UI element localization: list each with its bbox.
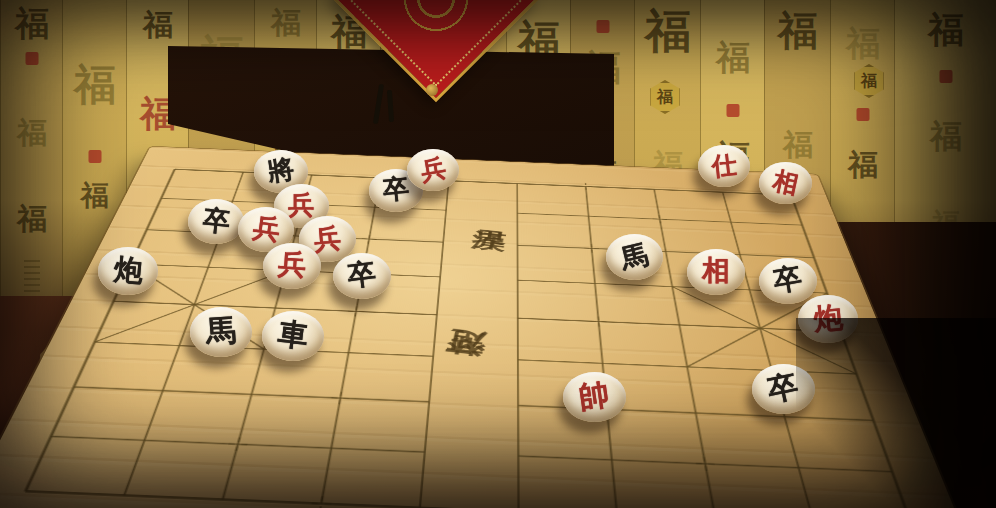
fu-character: 福 (716, 40, 750, 74)
piece-red-elephant[interactable]: 相 (687, 249, 745, 295)
fu-character: 福 (271, 8, 301, 38)
fu-character: 福 (861, 71, 877, 92)
piece-character: 卒 (382, 175, 411, 204)
fu-character: 福 (778, 10, 818, 50)
fu-character: 福 (17, 118, 47, 148)
red-seal-stamp (89, 150, 102, 163)
fu-character: 福 (783, 130, 813, 160)
piece-character: 馬 (617, 240, 650, 273)
piece-character: 卒 (201, 205, 231, 235)
fu-character: 福 (653, 150, 683, 180)
red-seal-stamp (727, 104, 740, 117)
fu-character: 福 (848, 150, 878, 180)
red-seal-stamp (940, 70, 953, 83)
piece-character: 馬 (205, 315, 237, 347)
piece-black-soldier[interactable]: 卒 (333, 253, 391, 299)
piece-character: 相 (702, 257, 730, 285)
piece-character: 車 (276, 318, 309, 351)
piece-red-elephant[interactable]: 相 (759, 162, 812, 204)
red-seal-stamp (857, 108, 870, 121)
photo-scene: 福福福福福福福福福福福福福福福福福福福福福福福福福福福福福福福福福福福 漢界楚河… (0, 0, 996, 508)
piece-character: 將 (266, 155, 295, 184)
piece-character: 兵 (312, 223, 341, 252)
ornament-knot (426, 84, 438, 96)
fu-character: 福 (930, 120, 962, 152)
fu-character: 福 (207, 160, 237, 190)
piece-black-soldier[interactable]: 卒 (188, 199, 244, 244)
piece-character: 仕 (710, 151, 737, 178)
piece-red-soldier[interactable]: 兵 (407, 149, 459, 191)
piece-character: 兵 (288, 192, 314, 218)
fu-character: 福 (657, 87, 673, 108)
piece-black-chariot[interactable]: 車 (262, 311, 324, 361)
piece-character: 炮 (812, 302, 843, 333)
piece-red-cannon[interactable]: 炮 (798, 295, 858, 343)
fu-character: 福 (928, 12, 964, 48)
red-seal-stamp (26, 52, 39, 65)
piece-character: 相 (770, 167, 800, 197)
fu-character: 福 (846, 26, 880, 60)
piece-character: 炮 (112, 254, 143, 285)
fu-character: 福 (15, 6, 49, 40)
piece-red-advisor[interactable]: 仕 (698, 145, 750, 187)
fu-character: 福 (74, 64, 116, 106)
piece-character: 兵 (277, 250, 307, 280)
piece-character: 帥 (577, 379, 611, 413)
piece-character: 卒 (346, 259, 377, 290)
piece-black-soldier[interactable]: 卒 (752, 364, 815, 414)
fu-character: 福 (143, 10, 173, 40)
piece-character: 卒 (772, 264, 804, 296)
piece-red-soldier[interactable]: 兵 (263, 243, 321, 289)
piece-character: 兵 (418, 155, 447, 184)
piece-character: 兵 (251, 213, 281, 243)
piece-black-cannon[interactable]: 炮 (98, 247, 158, 295)
piece-character: 卒 (765, 370, 801, 406)
red-seal-stamp (597, 20, 610, 33)
piece-black-soldier[interactable]: 卒 (759, 258, 817, 304)
piece-black-horse[interactable]: 馬 (190, 307, 252, 357)
piece-red-general[interactable]: 帥 (563, 372, 626, 422)
fu-character: 福 (645, 8, 691, 54)
piece-black-horse[interactable]: 馬 (606, 234, 663, 280)
